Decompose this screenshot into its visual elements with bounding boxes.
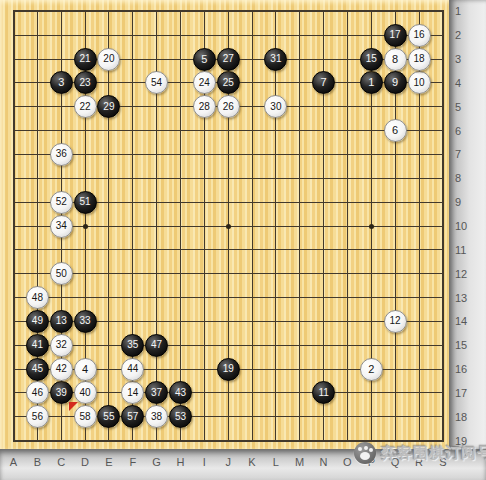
stone-number: 24 bbox=[199, 78, 210, 88]
stone-black-43: 43 bbox=[169, 381, 192, 404]
stone-number: 41 bbox=[32, 340, 43, 350]
stone-number: 36 bbox=[56, 149, 67, 159]
stone-black-51: 51 bbox=[74, 191, 97, 214]
stone-white-42: 42 bbox=[50, 358, 73, 381]
stone-black-31: 31 bbox=[264, 48, 287, 71]
stone-number: 28 bbox=[199, 102, 210, 112]
stone-white-34: 34 bbox=[50, 215, 73, 238]
watermark: 弈客围棋订阅号 bbox=[354, 440, 486, 466]
stone-number: 14 bbox=[127, 388, 138, 398]
stone-number: 12 bbox=[390, 316, 401, 326]
stone-number: 56 bbox=[32, 412, 43, 422]
stone-white-22: 22 bbox=[74, 95, 97, 118]
stone-white-16: 16 bbox=[408, 24, 431, 47]
stone-white-38: 38 bbox=[145, 405, 168, 428]
stone-black-57: 57 bbox=[121, 405, 144, 428]
stone-number: 8 bbox=[392, 54, 398, 65]
stone-number: 52 bbox=[56, 197, 67, 207]
stone-number: 4 bbox=[82, 364, 88, 375]
yike-logo-icon bbox=[354, 442, 376, 464]
stone-number: 19 bbox=[223, 364, 234, 374]
stone-white-24: 24 bbox=[193, 71, 216, 94]
stone-number: 44 bbox=[127, 364, 138, 374]
stone-number: 29 bbox=[103, 102, 114, 112]
stone-white-36: 36 bbox=[50, 143, 73, 166]
stone-black-5: 5 bbox=[193, 48, 216, 71]
stone-black-9: 9 bbox=[384, 71, 407, 94]
stone-number: 1 bbox=[368, 77, 374, 88]
stone-number: 50 bbox=[56, 269, 67, 279]
stone-black-47: 47 bbox=[145, 334, 168, 357]
stone-black-7: 7 bbox=[312, 71, 335, 94]
stone-number: 33 bbox=[80, 316, 91, 326]
stone-number: 37 bbox=[151, 388, 162, 398]
stone-number: 6 bbox=[392, 125, 398, 136]
stone-black-23: 23 bbox=[74, 71, 97, 94]
stone-number: 7 bbox=[321, 77, 327, 88]
stone-number: 16 bbox=[413, 30, 424, 40]
stone-white-14: 14 bbox=[121, 381, 144, 404]
logo-paw-pad bbox=[360, 452, 370, 460]
stone-black-3: 3 bbox=[50, 71, 73, 94]
stone-white-56: 56 bbox=[26, 405, 49, 428]
stone-white-12: 12 bbox=[384, 310, 407, 333]
stone-number: 48 bbox=[32, 293, 43, 303]
stone-number: 22 bbox=[80, 102, 91, 112]
stone-black-49: 49 bbox=[26, 310, 49, 333]
stone-number: 51 bbox=[80, 197, 91, 207]
stone-number: 17 bbox=[390, 30, 401, 40]
stone-black-35: 35 bbox=[121, 334, 144, 357]
stone-number: 49 bbox=[32, 316, 43, 326]
stone-number: 11 bbox=[318, 388, 328, 398]
stone-number: 31 bbox=[270, 54, 281, 64]
stone-number: 30 bbox=[270, 102, 281, 112]
stone-number: 27 bbox=[223, 54, 234, 64]
last-move-marker bbox=[69, 402, 78, 411]
stone-number: 38 bbox=[151, 412, 162, 422]
stone-number: 15 bbox=[366, 54, 377, 64]
stone-number: 9 bbox=[392, 77, 398, 88]
go-board[interactable]: 1234567891011121314151617181920212223242… bbox=[0, 0, 449, 449]
stone-number: 32 bbox=[56, 340, 67, 350]
stone-white-52: 52 bbox=[50, 191, 73, 214]
grid-line-horizontal bbox=[13, 273, 444, 274]
stone-number: 25 bbox=[223, 78, 234, 88]
grid-line-vertical bbox=[252, 10, 253, 441]
stone-white-26: 26 bbox=[217, 95, 240, 118]
grid-line-vertical bbox=[442, 10, 444, 441]
stone-black-11: 11 bbox=[312, 381, 335, 404]
stone-black-13: 13 bbox=[50, 310, 73, 333]
stone-white-32: 32 bbox=[50, 334, 73, 357]
grid-line-horizontal bbox=[13, 297, 444, 298]
stone-black-25: 25 bbox=[217, 71, 240, 94]
stone-number: 5 bbox=[201, 54, 207, 65]
stone-black-21: 21 bbox=[74, 48, 97, 71]
stone-black-37: 37 bbox=[145, 381, 168, 404]
stone-white-2: 2 bbox=[360, 358, 383, 381]
stone-white-20: 20 bbox=[97, 48, 120, 71]
stone-white-18: 18 bbox=[408, 48, 431, 71]
stone-number: 45 bbox=[32, 364, 43, 374]
board-right-edge bbox=[449, 0, 486, 449]
grid-line-vertical bbox=[275, 10, 276, 441]
star-point bbox=[83, 224, 88, 229]
star-point bbox=[226, 224, 231, 229]
stone-number: 40 bbox=[80, 388, 91, 398]
stone-number: 46 bbox=[32, 388, 43, 398]
stone-white-10: 10 bbox=[408, 71, 431, 94]
stone-black-15: 15 bbox=[360, 48, 383, 71]
stone-white-4: 4 bbox=[74, 358, 97, 381]
stone-number: 10 bbox=[413, 78, 424, 88]
stone-number: 43 bbox=[175, 388, 186, 398]
stone-black-17: 17 bbox=[384, 24, 407, 47]
stone-white-30: 30 bbox=[264, 95, 287, 118]
stone-number: 53 bbox=[175, 412, 186, 422]
star-point bbox=[369, 224, 374, 229]
stone-white-54: 54 bbox=[145, 71, 168, 94]
go-diagram: 1234567891011121314151617181920212223242… bbox=[0, 0, 486, 480]
stone-number: 55 bbox=[103, 412, 114, 422]
stone-white-48: 48 bbox=[26, 286, 49, 309]
stone-number: 57 bbox=[127, 412, 138, 422]
stone-number: 20 bbox=[103, 54, 114, 64]
stone-number: 13 bbox=[56, 316, 67, 326]
stone-black-53: 53 bbox=[169, 405, 192, 428]
logo-paw-toes bbox=[358, 447, 362, 451]
stone-number: 26 bbox=[223, 102, 234, 112]
stone-number: 35 bbox=[127, 340, 138, 350]
stone-black-41: 41 bbox=[26, 334, 49, 357]
grid-line-vertical bbox=[299, 10, 300, 441]
stone-number: 34 bbox=[56, 221, 67, 231]
stone-black-33: 33 bbox=[74, 310, 97, 333]
stone-number: 23 bbox=[80, 78, 91, 88]
stone-number: 18 bbox=[413, 54, 424, 64]
stone-number: 21 bbox=[80, 54, 91, 64]
stone-number: 58 bbox=[80, 412, 91, 422]
stone-white-44: 44 bbox=[121, 358, 144, 381]
stone-black-55: 55 bbox=[97, 405, 120, 428]
stone-number: 47 bbox=[151, 340, 162, 350]
stone-number: 42 bbox=[56, 364, 67, 374]
stone-number: 54 bbox=[151, 78, 162, 88]
stone-number: 39 bbox=[56, 388, 67, 398]
stone-black-19: 19 bbox=[217, 358, 240, 381]
stone-white-50: 50 bbox=[50, 262, 73, 285]
stone-black-27: 27 bbox=[217, 48, 240, 71]
stone-number: 2 bbox=[368, 364, 374, 375]
grid-line-horizontal bbox=[13, 249, 444, 250]
stone-black-45: 45 bbox=[26, 358, 49, 381]
stone-white-46: 46 bbox=[26, 381, 49, 404]
stone-number: 3 bbox=[58, 77, 64, 88]
stone-white-6: 6 bbox=[384, 119, 407, 142]
grid-line-vertical bbox=[347, 10, 348, 441]
grid-line-horizontal bbox=[13, 345, 444, 346]
stone-white-8: 8 bbox=[384, 48, 407, 71]
stone-black-1: 1 bbox=[360, 71, 383, 94]
stone-white-28: 28 bbox=[193, 95, 216, 118]
watermark-text: 弈客围棋订阅号 bbox=[381, 444, 486, 463]
stone-black-29: 29 bbox=[97, 95, 120, 118]
